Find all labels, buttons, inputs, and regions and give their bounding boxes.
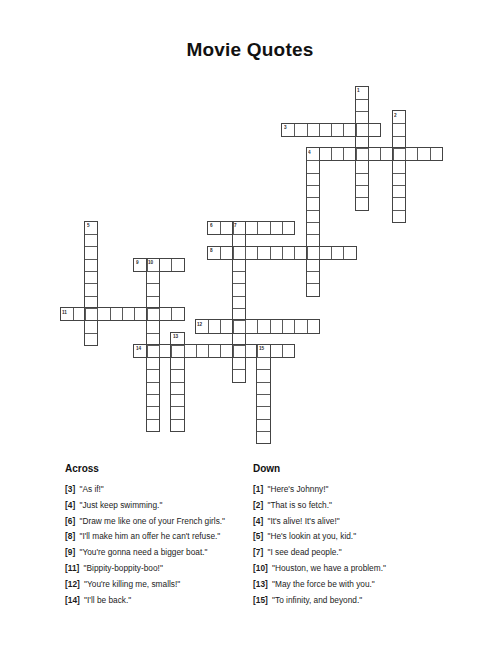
cell[interactable]	[356, 99, 368, 111]
clue-number: [4]	[65, 500, 75, 510]
cell[interactable]	[282, 222, 294, 234]
cell[interactable]	[331, 247, 343, 259]
cell[interactable]	[270, 222, 282, 234]
cell[interactable]	[270, 320, 282, 332]
clue-number: [2]	[253, 500, 263, 510]
clue-text: "I'll make him an offer he can't refuse.…	[77, 531, 220, 541]
clue-down-2: [2] "That is so fetch."	[253, 500, 468, 510]
word-6-across	[207, 221, 295, 235]
cell[interactable]	[233, 259, 245, 271]
cell[interactable]	[307, 283, 319, 295]
cell[interactable]	[233, 320, 245, 332]
cell-number-13: 13	[173, 334, 178, 339]
clue-down-13: [13] "May the force be with you."	[253, 579, 468, 589]
cell[interactable]	[85, 259, 97, 271]
cell-number-7: 7	[234, 223, 237, 228]
cell[interactable]	[85, 234, 97, 246]
clue-number: [11]	[65, 563, 79, 573]
cell[interactable]	[147, 406, 159, 418]
clue-number: [6]	[65, 516, 75, 526]
clue-across-11: [11] "Bippity-boppity-boo!"	[65, 563, 255, 573]
cell[interactable]	[85, 333, 97, 345]
cell[interactable]	[73, 308, 85, 320]
cell[interactable]	[122, 308, 134, 320]
clue-down-15: [15] "To infinity, and beyond."	[253, 595, 468, 605]
cell[interactable]	[147, 283, 159, 295]
clue-number: [7]	[253, 547, 263, 557]
cell-number-11: 11	[62, 310, 67, 315]
word-11-across	[60, 307, 185, 321]
cell[interactable]	[307, 320, 319, 332]
cell-number-9: 9	[136, 260, 139, 265]
cell[interactable]	[233, 369, 245, 381]
clue-number: [12]	[65, 579, 80, 589]
cell[interactable]	[85, 283, 97, 295]
cell[interactable]	[257, 320, 269, 332]
cell[interactable]	[184, 345, 196, 357]
clue-text: "Here's Johnny!"	[265, 484, 328, 494]
cell[interactable]	[208, 345, 220, 357]
cell[interactable]	[356, 173, 368, 185]
cell[interactable]	[85, 271, 97, 283]
clue-across-4: [4] "Just keep swimming."	[65, 500, 255, 510]
clue-down-7: [7] "I see dead people."	[253, 547, 468, 557]
cell-number-12: 12	[197, 322, 202, 327]
cell[interactable]	[159, 308, 171, 320]
cell[interactable]	[307, 259, 319, 271]
cell[interactable]	[85, 308, 97, 320]
cell-number-5: 5	[87, 223, 90, 228]
word-5-down	[84, 221, 98, 346]
cell[interactable]	[171, 308, 183, 320]
word-15-down	[256, 344, 270, 444]
cell[interactable]	[257, 394, 269, 406]
cell[interactable]	[147, 308, 159, 320]
across-header: Across	[65, 463, 255, 474]
cell[interactable]	[343, 124, 355, 136]
clue-number: [13]	[253, 579, 268, 589]
cell[interactable]	[368, 148, 380, 160]
cell[interactable]	[171, 345, 183, 357]
cell[interactable]	[257, 369, 269, 381]
cell[interactable]	[171, 394, 183, 406]
clue-down-5: [5] "He's lookin at you, kid."	[253, 531, 468, 541]
cell-number-6: 6	[210, 223, 213, 228]
cell[interactable]	[220, 345, 232, 357]
word-4-across	[306, 147, 443, 161]
cell[interactable]	[307, 247, 319, 259]
across-clues-list: [3] "As if!"[4] "Just keep swimming."[6]…	[65, 484, 255, 605]
cell-number-3: 3	[284, 125, 287, 130]
cell-number-2: 2	[394, 113, 397, 118]
cell[interactable]	[147, 419, 159, 431]
cell[interactable]	[405, 148, 417, 160]
cell[interactable]	[380, 148, 392, 160]
cell[interactable]	[393, 185, 405, 197]
cell[interactable]	[220, 247, 232, 259]
clue-text: "Draw me like one of your French girls."	[77, 516, 225, 526]
clue-text: "I'll be back."	[82, 595, 131, 605]
clue-text: "He's lookin at you, kid."	[265, 531, 356, 541]
cell-number-10: 10	[148, 260, 153, 265]
clue-across-6: [6] "Draw me like one of your French gir…	[65, 516, 255, 526]
cell[interactable]	[245, 222, 257, 234]
cell[interactable]	[147, 394, 159, 406]
clue-text: "You're gonna need a bigger boat."	[77, 547, 207, 557]
clue-across-9: [9] "You're gonna need a bigger boat."	[65, 547, 255, 557]
cell[interactable]	[171, 419, 183, 431]
cell[interactable]	[393, 123, 405, 135]
cell[interactable]	[233, 296, 245, 308]
cell[interactable]	[233, 283, 245, 295]
clue-text: "That is so fetch."	[265, 500, 332, 510]
cell[interactable]	[331, 124, 343, 136]
word-4-down	[306, 147, 320, 297]
cell[interactable]	[307, 124, 319, 136]
cell[interactable]	[257, 431, 269, 443]
cell[interactable]	[171, 369, 183, 381]
cell[interactable]	[343, 247, 355, 259]
cell[interactable]	[282, 320, 294, 332]
clue-text: "Houston, we have a problem."	[270, 563, 386, 573]
clue-text: "I see dead people."	[265, 547, 341, 557]
crossword-board: 123456789101112131415	[0, 0, 500, 460]
word-3-across	[281, 123, 381, 137]
cell[interactable]	[159, 259, 171, 271]
word-2-down	[392, 110, 406, 223]
clue-number: [4]	[253, 516, 263, 526]
cell[interactable]	[257, 247, 269, 259]
clue-text: "As if!"	[77, 484, 104, 494]
cell[interactable]	[294, 320, 306, 332]
clue-text: "It's alive! It's alive!"	[265, 516, 340, 526]
cell[interactable]	[393, 210, 405, 222]
cell[interactable]	[147, 320, 159, 332]
cell[interactable]	[393, 173, 405, 185]
cell[interactable]	[134, 308, 146, 320]
cell[interactable]	[393, 197, 405, 209]
cell[interactable]	[85, 246, 97, 258]
cell[interactable]	[85, 320, 97, 332]
cell[interactable]	[307, 160, 319, 172]
cell[interactable]	[356, 124, 368, 136]
cell[interactable]	[356, 197, 368, 209]
clue-number: [8]	[65, 531, 75, 541]
cell[interactable]	[270, 247, 282, 259]
clue-text: "Bippity-boppity-boo!"	[81, 563, 163, 573]
cell[interactable]	[257, 419, 269, 431]
clue-text: "To infinity, and beyond."	[270, 595, 362, 605]
clue-down-4: [4] "It's alive! It's alive!"	[253, 516, 468, 526]
clue-number: [14]	[65, 595, 80, 605]
cell[interactable]	[97, 308, 109, 320]
clue-text: "Just keep swimming."	[77, 500, 162, 510]
cell[interactable]	[307, 222, 319, 234]
clue-across-12: [12] "You're killing me, smalls!"	[65, 579, 255, 589]
word-12-across	[195, 319, 320, 333]
cell[interactable]	[171, 357, 183, 369]
cell[interactable]	[147, 369, 159, 381]
cell[interactable]	[343, 148, 355, 160]
cell[interactable]	[319, 124, 331, 136]
cell[interactable]	[356, 185, 368, 197]
word-14-across	[133, 344, 295, 358]
cell[interactable]	[233, 345, 245, 357]
cell[interactable]	[393, 160, 405, 172]
clue-across-8: [8] "I'll make him an offer he can't ref…	[65, 531, 255, 541]
clue-down-1: [1] "Here's Johnny!"	[253, 484, 468, 494]
cell[interactable]	[417, 148, 429, 160]
cell[interactable]	[319, 148, 331, 160]
down-clues-list: [1] "Here's Johnny!"[2] "That is so fetc…	[253, 484, 468, 605]
clue-number: [1]	[253, 484, 263, 494]
cell[interactable]	[307, 185, 319, 197]
cell[interactable]	[257, 357, 269, 369]
cell[interactable]	[233, 357, 245, 369]
cell-number-1: 1	[357, 88, 360, 93]
cell-number-8: 8	[210, 248, 213, 253]
cell[interactable]	[147, 271, 159, 283]
cell[interactable]	[171, 382, 183, 394]
cell-number-15: 15	[259, 346, 264, 351]
cell[interactable]	[368, 124, 380, 136]
cell[interactable]	[196, 345, 208, 357]
cell[interactable]	[282, 247, 294, 259]
cell[interactable]	[356, 148, 368, 160]
clue-number: [9]	[65, 547, 75, 557]
clue-number: [3]	[65, 484, 75, 494]
cell[interactable]	[147, 345, 159, 357]
crossword-page: Movie Quotes 123456789101112131415 Acros…	[0, 0, 500, 647]
cell[interactable]	[110, 308, 122, 320]
cell[interactable]	[331, 148, 343, 160]
clue-text: "You're killing me, smalls!"	[82, 579, 180, 589]
down-clues-section: Down [1] "Here's Johnny!"[2] "That is so…	[253, 463, 468, 610]
cell[interactable]	[319, 247, 331, 259]
clue-across-14: [14] "I'll be back."	[65, 595, 255, 605]
cell[interactable]	[171, 406, 183, 418]
cell[interactable]	[393, 148, 405, 160]
cell[interactable]	[233, 271, 245, 283]
cell[interactable]	[171, 259, 183, 271]
cell-number-4: 4	[308, 150, 311, 155]
across-clues-section: Across [3] "As if!"[4] "Just keep swimmi…	[65, 463, 255, 610]
cell-number-14: 14	[136, 346, 141, 351]
clue-across-3: [3] "As if!"	[65, 484, 255, 494]
cell[interactable]	[307, 271, 319, 283]
cell[interactable]	[270, 345, 282, 357]
clue-text: "May the force be with you."	[270, 579, 375, 589]
cell[interactable]	[257, 406, 269, 418]
cell[interactable]	[307, 173, 319, 185]
down-header: Down	[253, 463, 468, 474]
cell[interactable]	[257, 222, 269, 234]
cell[interactable]	[294, 247, 306, 259]
clue-down-10: [10] "Houston, we have a problem."	[253, 563, 468, 573]
clue-number: [15]	[253, 595, 268, 605]
cell[interactable]	[159, 345, 171, 357]
cell[interactable]	[282, 345, 294, 357]
cell[interactable]	[245, 247, 257, 259]
cell[interactable]	[307, 210, 319, 222]
clue-number: [10]	[253, 563, 268, 573]
cell[interactable]	[208, 320, 220, 332]
word-8-across	[207, 246, 357, 260]
cell[interactable]	[245, 320, 257, 332]
cell[interactable]	[294, 124, 306, 136]
cell[interactable]	[147, 382, 159, 394]
cell[interactable]	[307, 197, 319, 209]
cell[interactable]	[220, 320, 232, 332]
cell[interactable]	[356, 160, 368, 172]
clue-number: [5]	[253, 531, 263, 541]
cell[interactable]	[147, 357, 159, 369]
cell[interactable]	[257, 382, 269, 394]
cell[interactable]	[430, 148, 442, 160]
cell[interactable]	[233, 247, 245, 259]
